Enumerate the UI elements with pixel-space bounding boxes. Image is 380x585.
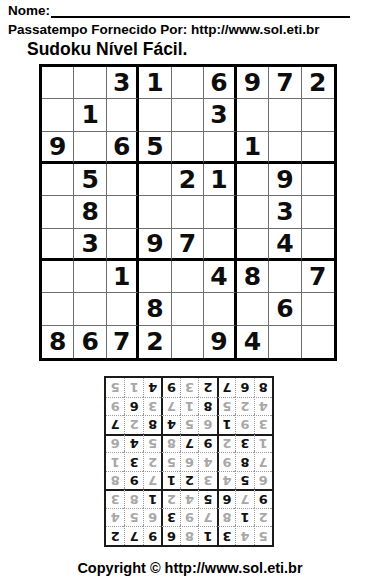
cell-r3c4: 5 bbox=[139, 132, 171, 164]
cell-r9c8[interactable] bbox=[269, 326, 301, 358]
solution-cell-r8c3: 5 bbox=[217, 397, 235, 416]
cell-r7c7: 8 bbox=[237, 261, 269, 293]
solution-cell-r1c4: 1 bbox=[198, 526, 216, 545]
sudoku-solution-grid-upside-down: 5431869722187936549765421836543217987894… bbox=[104, 376, 274, 547]
cell-r8c7[interactable] bbox=[237, 293, 269, 325]
cell-r8c8: 6 bbox=[269, 293, 301, 325]
cell-r5c1[interactable] bbox=[42, 196, 74, 228]
cell-r7c3: 1 bbox=[107, 261, 139, 293]
cell-r1c7: 9 bbox=[237, 67, 269, 99]
solution-cell-r1c1: 5 bbox=[254, 526, 272, 545]
name-row: Nome: bbox=[8, 2, 350, 18]
cell-r4c7[interactable] bbox=[237, 164, 269, 196]
cell-r7c4[interactable] bbox=[139, 261, 171, 293]
cell-r5c8: 3 bbox=[269, 196, 301, 228]
cell-r8c4: 8 bbox=[139, 293, 171, 325]
solution-cell-r2c5: 9 bbox=[180, 508, 198, 527]
cell-r9c3: 7 bbox=[107, 326, 139, 358]
cell-r5c7[interactable] bbox=[237, 196, 269, 228]
cell-r8c5[interactable] bbox=[172, 293, 204, 325]
provided-by-text: Passatempo Fornecido Por: http://www.sol… bbox=[8, 22, 320, 37]
solution-cell-r9c6: 9 bbox=[161, 378, 179, 397]
solution-cell-r5c6: 5 bbox=[161, 452, 179, 471]
cell-r7c6: 4 bbox=[204, 261, 236, 293]
solution-cell-r1c6: 6 bbox=[161, 526, 179, 545]
cell-r6c3[interactable] bbox=[107, 229, 139, 261]
solution-cell-r6c3: 2 bbox=[217, 434, 235, 453]
solution-cell-r5c2: 8 bbox=[235, 452, 253, 471]
cell-r3c6[interactable] bbox=[204, 132, 236, 164]
solution-cell-r4c4: 3 bbox=[198, 471, 216, 490]
solution-cell-r7c4: 6 bbox=[198, 415, 216, 434]
solution-cell-r5c7: 2 bbox=[143, 452, 161, 471]
solution-cell-r9c9: 5 bbox=[106, 378, 124, 397]
solution-cell-r4c3: 4 bbox=[217, 471, 235, 490]
solution-cell-r3c6: 2 bbox=[161, 489, 179, 508]
cell-r6c2: 3 bbox=[74, 229, 106, 261]
solution-cell-r1c2: 4 bbox=[235, 526, 253, 545]
solution-cell-r7c8: 2 bbox=[124, 415, 142, 434]
page-title: Sudoku Nível Fácil. bbox=[27, 39, 187, 60]
solution-cell-r3c7: 1 bbox=[143, 489, 161, 508]
solution-cell-r6c5: 7 bbox=[180, 434, 198, 453]
cell-r1c3: 3 bbox=[107, 67, 139, 99]
cell-r4c5: 2 bbox=[172, 164, 204, 196]
cell-r9c6: 9 bbox=[204, 326, 236, 358]
solution-cell-r1c3: 3 bbox=[217, 526, 235, 545]
solution-cell-r6c7: 5 bbox=[143, 434, 161, 453]
cell-r6c7[interactable] bbox=[237, 229, 269, 261]
cell-r6c4: 9 bbox=[139, 229, 171, 261]
cell-r5c4[interactable] bbox=[139, 196, 171, 228]
cell-r1c8: 7 bbox=[269, 67, 301, 99]
solution-cell-r8c5: 1 bbox=[180, 397, 198, 416]
cell-r2c5[interactable] bbox=[172, 99, 204, 131]
cell-r9c4: 2 bbox=[139, 326, 171, 358]
cell-r4c6: 1 bbox=[204, 164, 236, 196]
solution-cell-r5c5: 6 bbox=[180, 452, 198, 471]
solution-cell-r3c9: 3 bbox=[106, 489, 124, 508]
solution-cell-r3c3: 6 bbox=[217, 489, 235, 508]
cell-r3c3: 6 bbox=[107, 132, 139, 164]
solution-cell-r2c3: 8 bbox=[217, 508, 235, 527]
solution-cell-r7c9: 7 bbox=[106, 415, 124, 434]
cell-r7c5[interactable] bbox=[172, 261, 204, 293]
solution-cell-r7c7: 8 bbox=[143, 415, 161, 434]
cell-r3c1: 9 bbox=[42, 132, 74, 164]
sudoku-puzzle-grid: 3169721396515219833974148786867294 bbox=[39, 64, 337, 361]
cell-r2c3[interactable] bbox=[107, 99, 139, 131]
cell-r5c9[interactable] bbox=[302, 196, 334, 228]
cell-r3c2[interactable] bbox=[74, 132, 106, 164]
cell-r5c5[interactable] bbox=[172, 196, 204, 228]
cell-r5c2: 8 bbox=[74, 196, 106, 228]
solution-cell-r2c2: 1 bbox=[235, 508, 253, 527]
solution-cell-r6c6: 8 bbox=[161, 434, 179, 453]
cell-r2c9[interactable] bbox=[302, 99, 334, 131]
cell-r7c1[interactable] bbox=[42, 261, 74, 293]
solution-cell-r3c1: 9 bbox=[254, 489, 272, 508]
solution-cell-r8c2: 2 bbox=[235, 397, 253, 416]
cell-r7c9: 7 bbox=[302, 261, 334, 293]
solution-cell-r1c5: 8 bbox=[180, 526, 198, 545]
solution-cell-r1c7: 9 bbox=[143, 526, 161, 545]
solution-cell-r7c5: 5 bbox=[180, 415, 198, 434]
solution-cell-r5c9: 1 bbox=[106, 452, 124, 471]
cell-r4c1[interactable] bbox=[42, 164, 74, 196]
cell-r2c1[interactable] bbox=[42, 99, 74, 131]
cell-r3c8[interactable] bbox=[269, 132, 301, 164]
cell-r1c1[interactable] bbox=[42, 67, 74, 99]
solution-cell-r8c7: 3 bbox=[143, 397, 161, 416]
cell-r2c4[interactable] bbox=[139, 99, 171, 131]
cell-r9c2: 6 bbox=[74, 326, 106, 358]
solution-cell-r2c6: 3 bbox=[161, 508, 179, 527]
cell-r8c3[interactable] bbox=[107, 293, 139, 325]
solution-cell-r7c6: 4 bbox=[161, 415, 179, 434]
solution-cell-r4c8: 9 bbox=[124, 471, 142, 490]
solution-cell-r6c2: 3 bbox=[235, 434, 253, 453]
solution-cell-r5c1: 7 bbox=[254, 452, 272, 471]
cell-r1c4: 1 bbox=[139, 67, 171, 99]
cell-r1c9: 2 bbox=[302, 67, 334, 99]
solution-cell-r3c8: 8 bbox=[124, 489, 142, 508]
cell-r9c9[interactable] bbox=[302, 326, 334, 358]
solution-cell-r4c5: 2 bbox=[180, 471, 198, 490]
solution-cell-r4c2: 5 bbox=[235, 471, 253, 490]
solution-cell-r3c2: 7 bbox=[235, 489, 253, 508]
solution-cell-r4c1: 6 bbox=[254, 471, 272, 490]
solution-cell-r9c1: 8 bbox=[254, 378, 272, 397]
name-label: Nome: bbox=[8, 3, 50, 18]
cell-r1c6: 6 bbox=[204, 67, 236, 99]
cell-r4c8: 9 bbox=[269, 164, 301, 196]
cell-r3c7: 1 bbox=[237, 132, 269, 164]
copyright-text: Copyright © http://www.sol.eti.br bbox=[0, 560, 380, 576]
cell-r1c2[interactable] bbox=[74, 67, 106, 99]
cell-r9c7: 4 bbox=[237, 326, 269, 358]
solution-cell-r5c4: 4 bbox=[198, 452, 216, 471]
cell-r4c9[interactable] bbox=[302, 164, 334, 196]
cell-r4c4[interactable] bbox=[139, 164, 171, 196]
solution-cell-r8c8: 6 bbox=[124, 397, 142, 416]
solution-cell-r8c4: 8 bbox=[198, 397, 216, 416]
solution-cell-r9c2: 6 bbox=[235, 378, 253, 397]
cell-r4c3[interactable] bbox=[107, 164, 139, 196]
cell-r1c5[interactable] bbox=[172, 67, 204, 99]
solution-cell-r2c7: 6 bbox=[143, 508, 161, 527]
solution-cell-r6c4: 9 bbox=[198, 434, 216, 453]
solution-cell-r5c3: 9 bbox=[217, 452, 235, 471]
solution-cell-r6c8: 4 bbox=[124, 434, 142, 453]
cell-r8c1[interactable] bbox=[42, 293, 74, 325]
solution-cell-r8c6: 7 bbox=[161, 397, 179, 416]
solution-cell-r1c9: 2 bbox=[106, 526, 124, 545]
cell-r3c5[interactable] bbox=[172, 132, 204, 164]
cell-r4c2: 5 bbox=[74, 164, 106, 196]
solution-cell-r8c1: 4 bbox=[254, 397, 272, 416]
solution-cell-r3c5: 4 bbox=[180, 489, 198, 508]
solution-cell-r6c9: 6 bbox=[106, 434, 124, 453]
cell-r8c9[interactable] bbox=[302, 293, 334, 325]
cell-r6c9[interactable] bbox=[302, 229, 334, 261]
cell-r5c6[interactable] bbox=[204, 196, 236, 228]
cell-r7c8[interactable] bbox=[269, 261, 301, 293]
cell-r2c6: 3 bbox=[204, 99, 236, 131]
cell-r2c2: 1 bbox=[74, 99, 106, 131]
sudoku-worksheet-page: Nome: Passatempo Fornecido Por: http://w… bbox=[0, 0, 380, 585]
solution-cell-r7c1: 3 bbox=[254, 415, 272, 434]
solution-cell-r4c7: 7 bbox=[143, 471, 161, 490]
solution-cell-r9c8: 1 bbox=[124, 378, 142, 397]
solution-cell-r7c3: 1 bbox=[217, 415, 235, 434]
solution-cell-r8c9: 9 bbox=[106, 397, 124, 416]
cell-r6c6[interactable] bbox=[204, 229, 236, 261]
solution-cell-r3c4: 5 bbox=[198, 489, 216, 508]
cell-r5c3[interactable] bbox=[107, 196, 139, 228]
cell-r9c1: 8 bbox=[42, 326, 74, 358]
solution-cell-r2c9: 4 bbox=[106, 508, 124, 527]
cell-r6c1[interactable] bbox=[42, 229, 74, 261]
solution-cell-r7c2: 9 bbox=[235, 415, 253, 434]
solution-cell-r9c3: 7 bbox=[217, 378, 235, 397]
solution-cell-r6c1: 1 bbox=[254, 434, 272, 453]
solution-cell-r9c4: 2 bbox=[198, 378, 216, 397]
solution-cell-r2c4: 7 bbox=[198, 508, 216, 527]
cell-r2c8[interactable] bbox=[269, 99, 301, 131]
cell-r6c5: 7 bbox=[172, 229, 204, 261]
solution-cell-r4c9: 8 bbox=[106, 471, 124, 490]
solution-cell-r9c7: 4 bbox=[143, 378, 161, 397]
solution-cell-r1c8: 7 bbox=[124, 526, 142, 545]
cell-r7c2[interactable] bbox=[74, 261, 106, 293]
cell-r8c2[interactable] bbox=[74, 293, 106, 325]
solution-cell-r9c5: 3 bbox=[180, 378, 198, 397]
solution-cell-r4c6: 1 bbox=[161, 471, 179, 490]
name-fill-line[interactable] bbox=[51, 2, 350, 18]
cell-r3c9[interactable] bbox=[302, 132, 334, 164]
solution-cell-r5c8: 3 bbox=[124, 452, 142, 471]
cell-r8c6[interactable] bbox=[204, 293, 236, 325]
cell-r6c8: 4 bbox=[269, 229, 301, 261]
cell-r2c7[interactable] bbox=[237, 99, 269, 131]
cell-r9c5[interactable] bbox=[172, 326, 204, 358]
solution-cell-r2c1: 2 bbox=[254, 508, 272, 527]
solution-cell-r2c8: 5 bbox=[124, 508, 142, 527]
